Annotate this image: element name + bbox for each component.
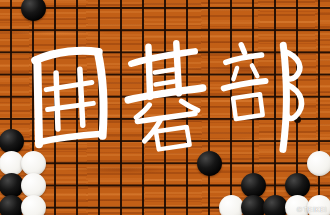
kanji-i: [33, 49, 107, 144]
kanji-bu: [222, 43, 303, 152]
go-board[interactable]: ©TEIKEI: [0, 0, 330, 215]
watermark: ©TEIKEI: [296, 206, 327, 214]
kanji-go: [125, 42, 205, 151]
title-calligraphy: [0, 0, 330, 215]
